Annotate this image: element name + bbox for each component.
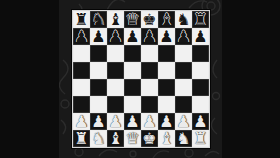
white-rook-h1[interactable]: ♜	[193, 130, 207, 146]
white-bishop-f1[interactable]: ♝	[159, 130, 173, 146]
square-c2[interactable]: ♟	[107, 113, 124, 130]
square-f2[interactable]: ♟	[158, 113, 175, 130]
square-e1[interactable]: ♚	[141, 130, 158, 147]
square-f5[interactable]	[158, 62, 175, 79]
square-g1[interactable]: ♞	[175, 130, 192, 147]
white-rook-a1[interactable]: ♜	[74, 130, 88, 146]
square-b2[interactable]: ♟	[90, 113, 107, 130]
square-g4[interactable]	[175, 79, 192, 96]
white-bishop-c1[interactable]: ♝	[108, 130, 122, 146]
square-f7[interactable]: ♟	[158, 28, 175, 45]
square-e4[interactable]	[141, 79, 158, 96]
square-a3[interactable]	[73, 96, 90, 113]
square-c6[interactable]	[107, 45, 124, 62]
square-g7[interactable]: ♟	[175, 28, 192, 45]
black-queen-d8[interactable]: ♛	[125, 11, 139, 27]
square-a7[interactable]: ♟	[73, 28, 90, 45]
square-a8[interactable]: ♜	[73, 11, 90, 28]
white-pawn-h2[interactable]: ♟	[193, 113, 207, 129]
square-c8[interactable]: ♝	[107, 11, 124, 28]
square-b1[interactable]: ♞	[90, 130, 107, 147]
chess-board: ♜♞♝♛♚♝♞♜♟♟♟♟♟♟♟♟♟♟♟♟♟♟♟♟♜♞♝♛♚♝♞♜	[72, 10, 210, 148]
black-pawn-e7[interactable]: ♟	[142, 28, 156, 44]
square-e3[interactable]	[141, 96, 158, 113]
square-f3[interactable]	[158, 96, 175, 113]
square-d1[interactable]: ♛	[124, 130, 141, 147]
square-a1[interactable]: ♜	[73, 130, 90, 147]
square-f1[interactable]: ♝	[158, 130, 175, 147]
square-g5[interactable]	[175, 62, 192, 79]
black-knight-g8[interactable]: ♞	[176, 11, 190, 27]
square-d2[interactable]: ♟	[124, 113, 141, 130]
square-c4[interactable]	[107, 79, 124, 96]
square-e7[interactable]: ♟	[141, 28, 158, 45]
square-h8[interactable]: ♜	[192, 11, 209, 28]
black-pawn-f7[interactable]: ♟	[159, 28, 173, 44]
black-pawn-c7[interactable]: ♟	[108, 28, 122, 44]
square-f6[interactable]	[158, 45, 175, 62]
square-a2[interactable]: ♟	[73, 113, 90, 130]
square-h6[interactable]	[192, 45, 209, 62]
white-pawn-b2[interactable]: ♟	[91, 113, 105, 129]
square-h2[interactable]: ♟	[192, 113, 209, 130]
white-pawn-d2[interactable]: ♟	[125, 113, 139, 129]
square-a4[interactable]	[73, 79, 90, 96]
square-h5[interactable]	[192, 62, 209, 79]
square-h3[interactable]	[192, 96, 209, 113]
square-g3[interactable]	[175, 96, 192, 113]
white-pawn-g2[interactable]: ♟	[176, 113, 190, 129]
black-pawn-g7[interactable]: ♟	[176, 28, 190, 44]
square-e6[interactable]	[141, 45, 158, 62]
white-king-e1[interactable]: ♚	[142, 130, 156, 146]
square-a5[interactable]	[73, 62, 90, 79]
square-d8[interactable]: ♛	[124, 11, 141, 28]
square-c5[interactable]	[107, 62, 124, 79]
black-king-e8[interactable]: ♚	[142, 11, 156, 27]
square-h7[interactable]: ♟	[192, 28, 209, 45]
white-pawn-f2[interactable]: ♟	[159, 113, 173, 129]
app-window: { "game": "chess", "position": { "fen": …	[0, 0, 280, 158]
black-bishop-c8[interactable]: ♝	[108, 11, 122, 27]
black-knight-b8[interactable]: ♞	[91, 11, 105, 27]
square-c1[interactable]: ♝	[107, 130, 124, 147]
letterbox-bar-left	[0, 0, 59, 158]
black-bishop-f8[interactable]: ♝	[159, 11, 173, 27]
square-b3[interactable]	[90, 96, 107, 113]
white-knight-b1[interactable]: ♞	[91, 130, 105, 146]
white-knight-g1[interactable]: ♞	[176, 130, 190, 146]
square-d7[interactable]: ♟	[124, 28, 141, 45]
square-e5[interactable]	[141, 62, 158, 79]
white-pawn-c2[interactable]: ♟	[108, 113, 122, 129]
square-d5[interactable]	[124, 62, 141, 79]
square-d6[interactable]	[124, 45, 141, 62]
square-b4[interactable]	[90, 79, 107, 96]
square-d4[interactable]	[124, 79, 141, 96]
square-c7[interactable]: ♟	[107, 28, 124, 45]
white-pawn-a2[interactable]: ♟	[74, 113, 88, 129]
square-a6[interactable]	[73, 45, 90, 62]
square-g6[interactable]	[175, 45, 192, 62]
square-b7[interactable]: ♟	[90, 28, 107, 45]
black-rook-a8[interactable]: ♜	[74, 11, 88, 27]
square-f4[interactable]	[158, 79, 175, 96]
square-b6[interactable]	[90, 45, 107, 62]
black-pawn-d7[interactable]: ♟	[125, 28, 139, 44]
square-b8[interactable]: ♞	[90, 11, 107, 28]
square-c3[interactable]	[107, 96, 124, 113]
white-queen-d1[interactable]: ♛	[125, 130, 139, 146]
square-e8[interactable]: ♚	[141, 11, 158, 28]
black-pawn-b7[interactable]: ♟	[91, 28, 105, 44]
square-h1[interactable]: ♜	[192, 130, 209, 147]
white-pawn-e2[interactable]: ♟	[142, 113, 156, 129]
square-e2[interactable]: ♟	[141, 113, 158, 130]
black-pawn-h7[interactable]: ♟	[193, 28, 207, 44]
black-pawn-a7[interactable]: ♟	[74, 28, 88, 44]
square-f8[interactable]: ♝	[158, 11, 175, 28]
letterbox-bar-right	[222, 0, 280, 158]
square-h4[interactable]	[192, 79, 209, 96]
square-d3[interactable]	[124, 96, 141, 113]
game-stage: ♜♞♝♛♚♝♞♜♟♟♟♟♟♟♟♟♟♟♟♟♟♟♟♟♜♞♝♛♚♝♞♜	[59, 0, 222, 158]
square-g2[interactable]: ♟	[175, 113, 192, 130]
square-b5[interactable]	[90, 62, 107, 79]
black-rook-h8[interactable]: ♜	[193, 11, 207, 27]
square-g8[interactable]: ♞	[175, 11, 192, 28]
